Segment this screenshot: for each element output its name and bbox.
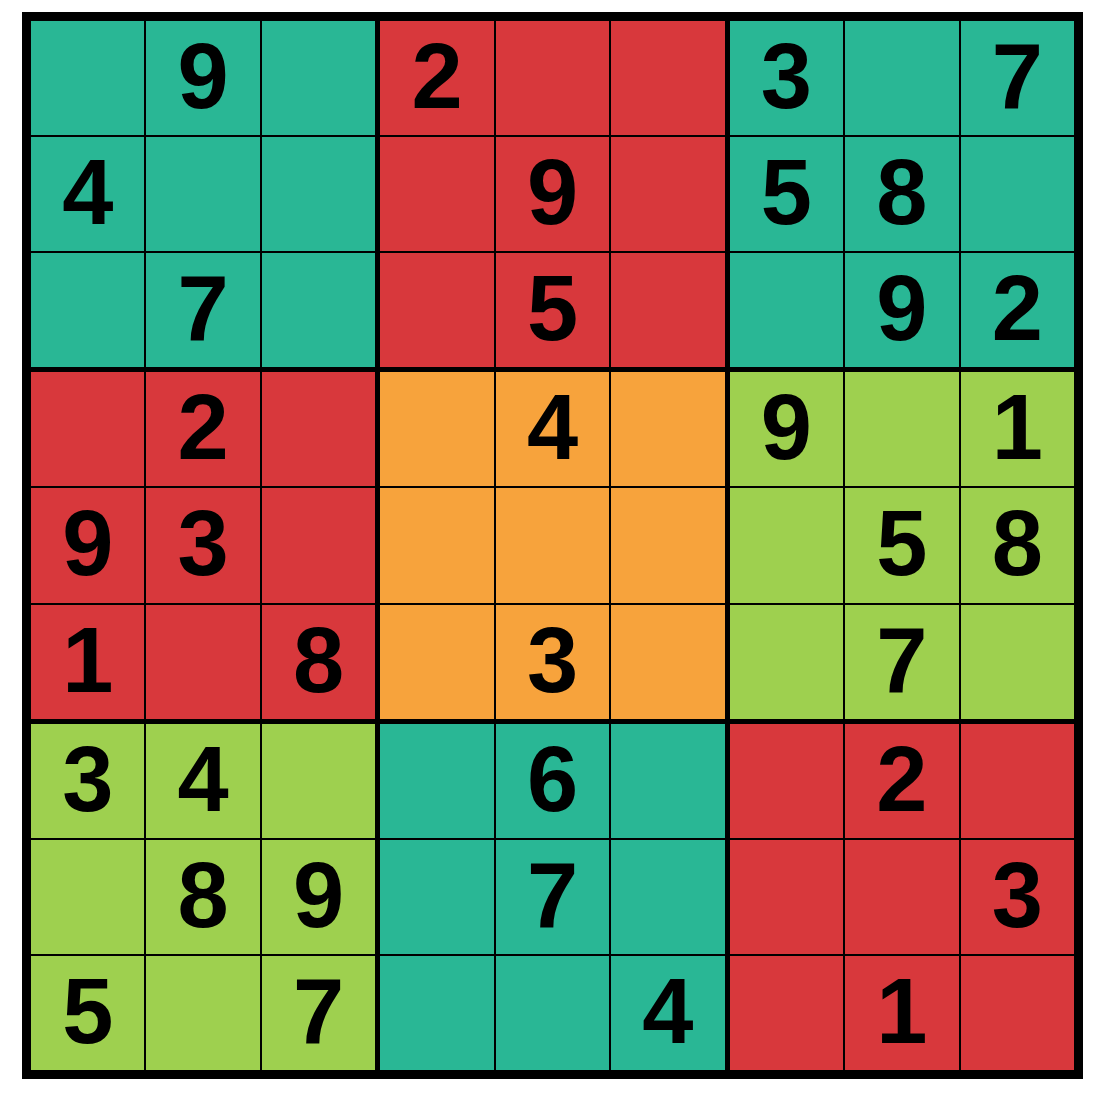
cell-r2c3[interactable] bbox=[262, 137, 375, 251]
cell-r1c9[interactable]: 7 bbox=[961, 21, 1074, 135]
given-digit: 5 bbox=[761, 146, 812, 238]
given-digit: 7 bbox=[992, 30, 1043, 122]
cell-r5c8[interactable]: 5 bbox=[845, 488, 958, 602]
given-digit: 8 bbox=[992, 497, 1043, 589]
cell-r4c3[interactable] bbox=[262, 372, 375, 486]
cell-r2c2[interactable] bbox=[146, 137, 259, 251]
given-digit: 3 bbox=[761, 30, 812, 122]
cell-r3c1[interactable] bbox=[31, 253, 144, 367]
cell-r7c8[interactable]: 2 bbox=[845, 724, 958, 838]
cell-r7c6[interactable] bbox=[611, 724, 724, 838]
cell-r4c9[interactable]: 1 bbox=[961, 372, 1074, 486]
given-digit: 7 bbox=[527, 849, 578, 941]
cell-r8c5[interactable]: 7 bbox=[496, 840, 609, 954]
given-digit: 9 bbox=[527, 146, 578, 238]
given-digit: 3 bbox=[62, 733, 113, 825]
cell-r9c3[interactable]: 7 bbox=[262, 956, 375, 1070]
cell-r9c4[interactable] bbox=[380, 956, 493, 1070]
given-digit: 7 bbox=[293, 965, 344, 1057]
cell-r7c2[interactable]: 4 bbox=[146, 724, 259, 838]
cell-r8c8[interactable] bbox=[845, 840, 958, 954]
cell-r6c2[interactable] bbox=[146, 605, 259, 719]
cell-r9c2[interactable] bbox=[146, 956, 259, 1070]
cell-r5c4[interactable] bbox=[380, 488, 493, 602]
box-1: 947 bbox=[31, 21, 375, 367]
given-digit: 8 bbox=[876, 146, 927, 238]
cell-r4c7[interactable]: 9 bbox=[730, 372, 843, 486]
given-digit: 7 bbox=[178, 262, 229, 354]
cell-r5c2[interactable]: 3 bbox=[146, 488, 259, 602]
cell-r6c7[interactable] bbox=[730, 605, 843, 719]
cell-r9c1[interactable]: 5 bbox=[31, 956, 144, 1070]
cell-r1c6[interactable] bbox=[611, 21, 724, 135]
given-digit: 2 bbox=[411, 30, 462, 122]
cell-r4c5[interactable]: 4 bbox=[496, 372, 609, 486]
cell-r9c9[interactable] bbox=[961, 956, 1074, 1070]
box-2: 295 bbox=[380, 21, 724, 367]
cell-r3c3[interactable] bbox=[262, 253, 375, 367]
cell-r3c5[interactable]: 5 bbox=[496, 253, 609, 367]
cell-r2c1[interactable]: 4 bbox=[31, 137, 144, 251]
given-digit: 4 bbox=[642, 965, 693, 1057]
cell-r7c4[interactable] bbox=[380, 724, 493, 838]
cell-r8c4[interactable] bbox=[380, 840, 493, 954]
given-digit: 9 bbox=[876, 262, 927, 354]
given-digit: 1 bbox=[992, 381, 1043, 473]
given-digit: 2 bbox=[876, 733, 927, 825]
cell-r7c5[interactable]: 6 bbox=[496, 724, 609, 838]
cell-r4c1[interactable] bbox=[31, 372, 144, 486]
given-digit: 6 bbox=[527, 733, 578, 825]
cell-r9c7[interactable] bbox=[730, 956, 843, 1070]
given-digit: 4 bbox=[178, 733, 229, 825]
box-7: 348957 bbox=[31, 724, 375, 1070]
given-digit: 1 bbox=[876, 965, 927, 1057]
cell-r8c6[interactable] bbox=[611, 840, 724, 954]
cell-r4c8[interactable] bbox=[845, 372, 958, 486]
cell-r6c8[interactable]: 7 bbox=[845, 605, 958, 719]
cell-r6c1[interactable]: 1 bbox=[31, 605, 144, 719]
cell-r2c9[interactable] bbox=[961, 137, 1074, 251]
box-8: 674 bbox=[380, 724, 724, 1070]
cell-r6c3[interactable]: 8 bbox=[262, 605, 375, 719]
cell-r1c4[interactable]: 2 bbox=[380, 21, 493, 135]
cell-r3c6[interactable] bbox=[611, 253, 724, 367]
box-9: 231 bbox=[730, 724, 1074, 1070]
given-digit: 9 bbox=[761, 381, 812, 473]
cell-r7c7[interactable] bbox=[730, 724, 843, 838]
cell-r7c9[interactable] bbox=[961, 724, 1074, 838]
cell-r2c5[interactable]: 9 bbox=[496, 137, 609, 251]
cell-r2c8[interactable]: 8 bbox=[845, 137, 958, 251]
cell-r1c1[interactable] bbox=[31, 21, 144, 135]
cell-r8c9[interactable]: 3 bbox=[961, 840, 1074, 954]
cell-r9c6[interactable]: 4 bbox=[611, 956, 724, 1070]
cell-r2c4[interactable] bbox=[380, 137, 493, 251]
cell-r1c3[interactable] bbox=[262, 21, 375, 135]
sudoku-board-inner: 947295375892293184391587348957674231 bbox=[31, 21, 1074, 1070]
box-6: 91587 bbox=[730, 372, 1074, 718]
cell-r8c7[interactable] bbox=[730, 840, 843, 954]
cell-r6c5[interactable]: 3 bbox=[496, 605, 609, 719]
cell-r6c6[interactable] bbox=[611, 605, 724, 719]
cell-r9c8[interactable]: 1 bbox=[845, 956, 958, 1070]
cell-r4c2[interactable]: 2 bbox=[146, 372, 259, 486]
cell-r6c9[interactable] bbox=[961, 605, 1074, 719]
box-4: 29318 bbox=[31, 372, 375, 718]
cell-r3c9[interactable]: 2 bbox=[961, 253, 1074, 367]
cell-r2c7[interactable]: 5 bbox=[730, 137, 843, 251]
given-digit: 9 bbox=[293, 849, 344, 941]
given-digit: 5 bbox=[62, 965, 113, 1057]
cell-r3c4[interactable] bbox=[380, 253, 493, 367]
cell-r4c4[interactable] bbox=[380, 372, 493, 486]
box-5: 43 bbox=[380, 372, 724, 718]
given-digit: 8 bbox=[293, 614, 344, 706]
cell-r2c6[interactable] bbox=[611, 137, 724, 251]
cell-r5c9[interactable]: 8 bbox=[961, 488, 1074, 602]
cell-r8c2[interactable]: 8 bbox=[146, 840, 259, 954]
given-digit: 5 bbox=[527, 262, 578, 354]
given-digit: 7 bbox=[876, 614, 927, 706]
given-digit: 3 bbox=[178, 497, 229, 589]
cell-r1c7[interactable]: 3 bbox=[730, 21, 843, 135]
cell-r3c8[interactable]: 9 bbox=[845, 253, 958, 367]
given-digit: 1 bbox=[62, 614, 113, 706]
sudoku-board: 947295375892293184391587348957674231 bbox=[22, 12, 1083, 1079]
given-digit: 4 bbox=[527, 381, 578, 473]
cell-r6c4[interactable] bbox=[380, 605, 493, 719]
cell-r5c1[interactable]: 9 bbox=[31, 488, 144, 602]
cell-r8c1[interactable] bbox=[31, 840, 144, 954]
cell-r5c6[interactable] bbox=[611, 488, 724, 602]
cell-r3c7[interactable] bbox=[730, 253, 843, 367]
cell-r1c2[interactable]: 9 bbox=[146, 21, 259, 135]
cell-r9c5[interactable] bbox=[496, 956, 609, 1070]
cell-r1c8[interactable] bbox=[845, 21, 958, 135]
cell-r8c3[interactable]: 9 bbox=[262, 840, 375, 954]
given-digit: 3 bbox=[992, 849, 1043, 941]
cell-r5c3[interactable] bbox=[262, 488, 375, 602]
cell-r7c1[interactable]: 3 bbox=[31, 724, 144, 838]
given-digit: 2 bbox=[178, 381, 229, 473]
cell-r7c3[interactable] bbox=[262, 724, 375, 838]
cell-r1c5[interactable] bbox=[496, 21, 609, 135]
given-digit: 2 bbox=[992, 262, 1043, 354]
box-3: 375892 bbox=[730, 21, 1074, 367]
given-digit: 5 bbox=[876, 497, 927, 589]
given-digit: 4 bbox=[62, 146, 113, 238]
cell-r5c7[interactable] bbox=[730, 488, 843, 602]
given-digit: 3 bbox=[527, 614, 578, 706]
given-digit: 8 bbox=[178, 849, 229, 941]
cell-r4c6[interactable] bbox=[611, 372, 724, 486]
given-digit: 9 bbox=[178, 30, 229, 122]
given-digit: 9 bbox=[62, 497, 113, 589]
cell-r3c2[interactable]: 7 bbox=[146, 253, 259, 367]
cell-r5c5[interactable] bbox=[496, 488, 609, 602]
